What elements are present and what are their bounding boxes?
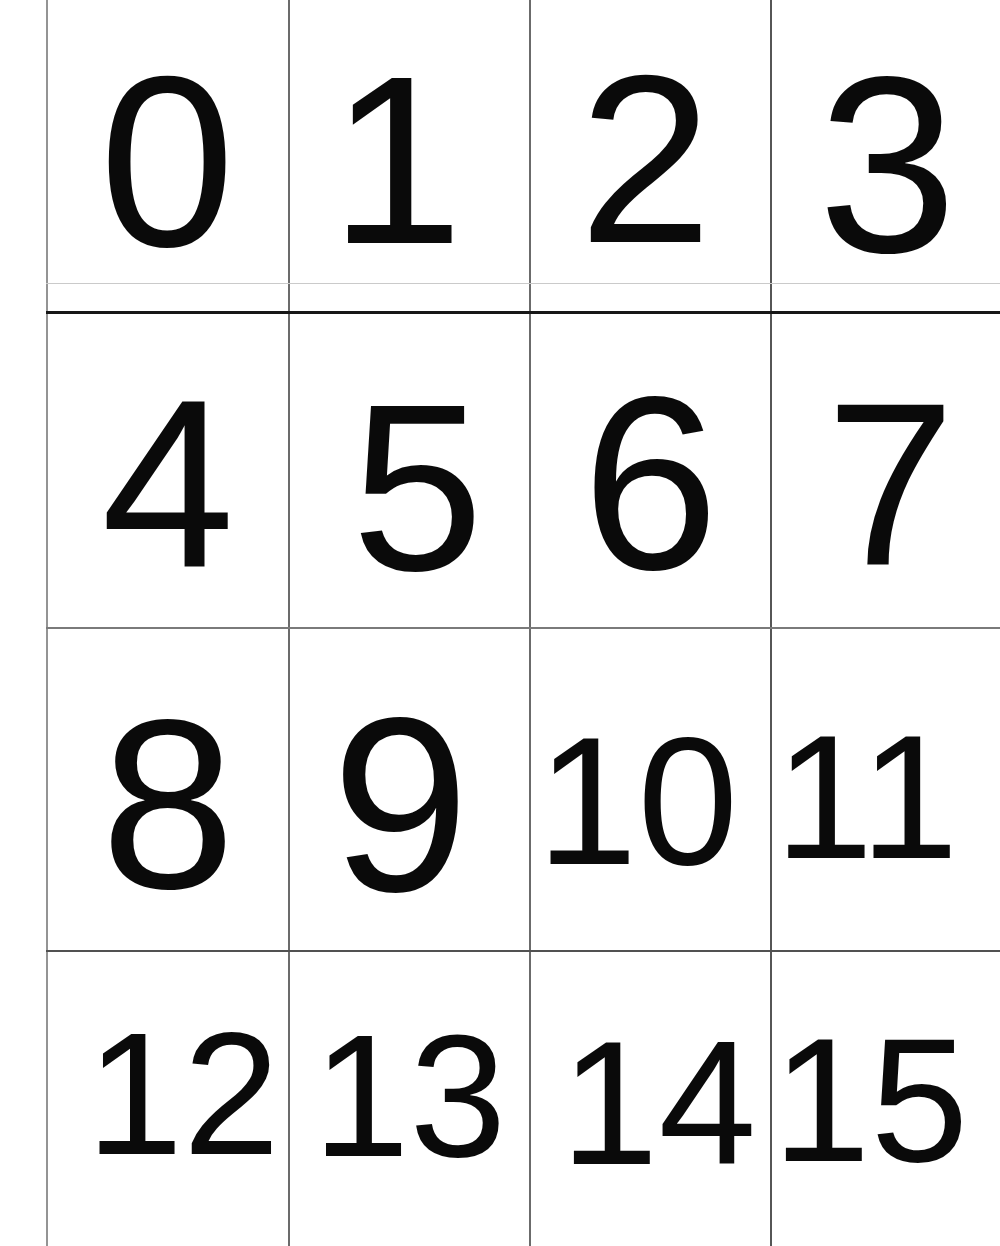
card-5: 5 [289, 313, 530, 628]
column-line-3 [529, 0, 531, 1246]
card-2-label: 2 [579, 39, 712, 279]
card-14-label: 14 [561, 1015, 757, 1191]
card-0: 0 [47, 0, 289, 283]
card-7: 7 [771, 313, 1000, 628]
card-12: 12 [47, 951, 289, 1246]
card-3-label: 3 [818, 41, 957, 291]
card-15: 15 [771, 951, 1000, 1246]
card-4-label: 4 [101, 363, 234, 603]
card-8-label: 8 [101, 683, 236, 925]
card-5-label: 5 [351, 369, 483, 607]
card-9: 9 [289, 628, 530, 951]
card-15-label: 15 [773, 1012, 969, 1188]
card-9-label: 9 [332, 681, 470, 929]
row-divider-light [46, 283, 1000, 284]
column-line-1 [46, 0, 48, 1246]
card-10: 10 [530, 628, 771, 951]
card-1: 1 [289, 0, 530, 283]
number-card-sheet: 0 1 2 3 4 5 6 7 8 9 10 11 12 13 14 15 [0, 0, 1000, 1246]
card-13: 13 [289, 951, 530, 1246]
card-0-label: 0 [99, 40, 235, 284]
card-1-label: 1 [330, 40, 463, 280]
card-13-label: 13 [313, 1009, 507, 1183]
card-12-label: 12 [86, 1007, 280, 1181]
card-11-label: 11 [775, 709, 959, 886]
card-11: 11 [771, 628, 1000, 951]
card-8: 8 [47, 628, 289, 951]
card-3: 3 [771, 0, 1000, 283]
card-2: 2 [530, 0, 771, 283]
row-divider-dark [46, 311, 1000, 314]
card-6: 6 [530, 313, 771, 628]
card-7-label: 7 [826, 368, 955, 600]
column-line-2 [288, 0, 290, 1246]
column-line-4 [770, 0, 772, 1246]
row-line-2 [46, 627, 1000, 629]
card-4: 4 [47, 313, 289, 628]
row-line-3 [46, 950, 1000, 952]
card-6-label: 6 [582, 361, 719, 607]
card-10-label: 10 [537, 711, 738, 892]
card-14: 14 [530, 951, 771, 1246]
